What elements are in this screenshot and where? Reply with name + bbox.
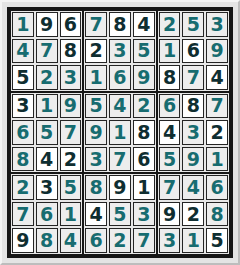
cell-r3c9-given[interactable]: 4 xyxy=(206,65,228,90)
cell-r5c4-solved[interactable]: 9 xyxy=(85,120,107,145)
box-3-1: 235761984 xyxy=(11,174,82,254)
cell-r8c3-solved[interactable]: 1 xyxy=(60,202,82,227)
box-2-3: 687432591 xyxy=(158,93,229,173)
cell-r7c3-solved[interactable]: 5 xyxy=(60,175,82,200)
cell-r5c6-given[interactable]: 8 xyxy=(133,120,155,145)
cell-r1c3-given[interactable]: 6 xyxy=(60,12,82,37)
cell-r7c4-solved[interactable]: 8 xyxy=(85,175,107,200)
cell-r3c3-solved[interactable]: 3 xyxy=(60,65,82,90)
cell-r7c6-given[interactable]: 1 xyxy=(133,175,155,200)
cell-r1c5-given[interactable]: 8 xyxy=(109,12,131,37)
cell-r5c1-solved[interactable]: 6 xyxy=(12,120,34,145)
cell-r2c5-solved[interactable]: 3 xyxy=(109,39,131,64)
cell-r7c1-solved[interactable]: 2 xyxy=(12,175,34,200)
cell-r2c1-solved[interactable]: 4 xyxy=(12,39,34,64)
box-1-1: 196478523 xyxy=(11,11,82,91)
cell-r7c7-solved[interactable]: 7 xyxy=(159,175,181,200)
cell-r4c7-solved[interactable]: 6 xyxy=(159,94,181,119)
cell-r2c9-solved[interactable]: 9 xyxy=(206,39,228,64)
box-1-2: 784235169 xyxy=(84,11,155,91)
cell-r2c4-given[interactable]: 2 xyxy=(85,39,107,64)
box-3-3: 746928315 xyxy=(158,174,229,254)
cell-r1c6-given[interactable]: 4 xyxy=(133,12,155,37)
cell-r7c8-solved[interactable]: 4 xyxy=(182,175,204,200)
sudoku-app-window: 1964785237842351692531698743196578425429… xyxy=(0,0,240,265)
cell-r5c7-given[interactable]: 4 xyxy=(159,120,181,145)
cell-r5c5-solved[interactable]: 1 xyxy=(109,120,131,145)
cell-r8c8-given[interactable]: 2 xyxy=(182,202,204,227)
cell-r9c5-solved[interactable]: 2 xyxy=(109,228,131,253)
cell-r9c7-solved[interactable]: 3 xyxy=(159,228,181,253)
cell-r8c4-given[interactable]: 4 xyxy=(85,202,107,227)
cell-r9c2-solved[interactable]: 8 xyxy=(36,228,58,253)
sudoku-board: 1964785237842351692531698743196578425429… xyxy=(7,7,233,258)
cell-r2c2-solved[interactable]: 7 xyxy=(36,39,58,64)
cell-r4c4-solved[interactable]: 5 xyxy=(85,94,107,119)
cell-r6c6-given[interactable]: 6 xyxy=(133,147,155,172)
cell-r9c8-solved[interactable]: 1 xyxy=(182,228,204,253)
cell-r1c8-solved[interactable]: 5 xyxy=(182,12,204,37)
cell-r6c5-solved[interactable]: 7 xyxy=(109,147,131,172)
cell-r2c7-solved[interactable]: 1 xyxy=(159,39,181,64)
cell-r9c1-given[interactable]: 9 xyxy=(12,228,34,253)
box-2-2: 542918376 xyxy=(84,93,155,173)
cell-r4c8-given[interactable]: 8 xyxy=(182,94,204,119)
box-1-3: 253169874 xyxy=(158,11,229,91)
cell-r6c2-given[interactable]: 4 xyxy=(36,147,58,172)
cell-r7c2-given[interactable]: 3 xyxy=(36,175,58,200)
box-3-2: 891453627 xyxy=(84,174,155,254)
cell-r6c7-solved[interactable]: 5 xyxy=(159,147,181,172)
cell-r3c8-solved[interactable]: 7 xyxy=(182,65,204,90)
cell-r8c7-given[interactable]: 9 xyxy=(159,202,181,227)
cell-r1c1-solved[interactable]: 1 xyxy=(12,12,34,37)
cell-r6c1-solved[interactable]: 8 xyxy=(12,147,34,172)
cell-r3c5-solved[interactable]: 6 xyxy=(109,65,131,90)
cell-r7c9-solved[interactable]: 6 xyxy=(206,175,228,200)
cell-r4c9-solved[interactable]: 7 xyxy=(206,94,228,119)
cell-r6c4-solved[interactable]: 3 xyxy=(85,147,107,172)
cell-r4c1-given[interactable]: 3 xyxy=(12,94,34,119)
cell-r7c5-given[interactable]: 9 xyxy=(109,175,131,200)
cell-r2c3-given[interactable]: 8 xyxy=(60,39,82,64)
cell-r8c9-solved[interactable]: 8 xyxy=(206,202,228,227)
cell-r1c2-given[interactable]: 9 xyxy=(36,12,58,37)
cell-r5c2-solved[interactable]: 5 xyxy=(36,120,58,145)
cell-r4c5-solved[interactable]: 4 xyxy=(109,94,131,119)
cell-r6c8-solved[interactable]: 9 xyxy=(182,147,204,172)
box-2-1: 319657842 xyxy=(11,93,82,173)
cell-r9c9-given[interactable]: 5 xyxy=(206,228,228,253)
cell-r8c5-solved[interactable]: 5 xyxy=(109,202,131,227)
cell-r2c6-solved[interactable]: 5 xyxy=(133,39,155,64)
cell-r4c2-solved[interactable]: 1 xyxy=(36,94,58,119)
cell-r1c9-solved[interactable]: 3 xyxy=(206,12,228,37)
cell-r5c8-solved[interactable]: 3 xyxy=(182,120,204,145)
cell-r9c3-solved[interactable]: 4 xyxy=(60,228,82,253)
cell-r6c9-solved[interactable]: 1 xyxy=(206,147,228,172)
cell-r3c7-given[interactable]: 8 xyxy=(159,65,181,90)
cell-r4c3-solved[interactable]: 9 xyxy=(60,94,82,119)
cell-r3c1-given[interactable]: 5 xyxy=(12,65,34,90)
cell-r5c9-given[interactable]: 2 xyxy=(206,120,228,145)
cell-r8c1-solved[interactable]: 7 xyxy=(12,202,34,227)
cell-r9c4-solved[interactable]: 6 xyxy=(85,228,107,253)
cell-r5c3-solved[interactable]: 7 xyxy=(60,120,82,145)
cell-r1c7-solved[interactable]: 2 xyxy=(159,12,181,37)
cell-r3c4-solved[interactable]: 1 xyxy=(85,65,107,90)
cell-r3c6-solved[interactable]: 9 xyxy=(133,65,155,90)
cell-r4c6-solved[interactable]: 2 xyxy=(133,94,155,119)
cell-r2c8-given[interactable]: 6 xyxy=(182,39,204,64)
cell-r8c6-solved[interactable]: 3 xyxy=(133,202,155,227)
cell-r9c6-solved[interactable]: 7 xyxy=(133,228,155,253)
cell-r1c4-solved[interactable]: 7 xyxy=(85,12,107,37)
cell-r3c2-solved[interactable]: 2 xyxy=(36,65,58,90)
cell-r8c2-solved[interactable]: 6 xyxy=(36,202,58,227)
cell-r6c3-given[interactable]: 2 xyxy=(60,147,82,172)
